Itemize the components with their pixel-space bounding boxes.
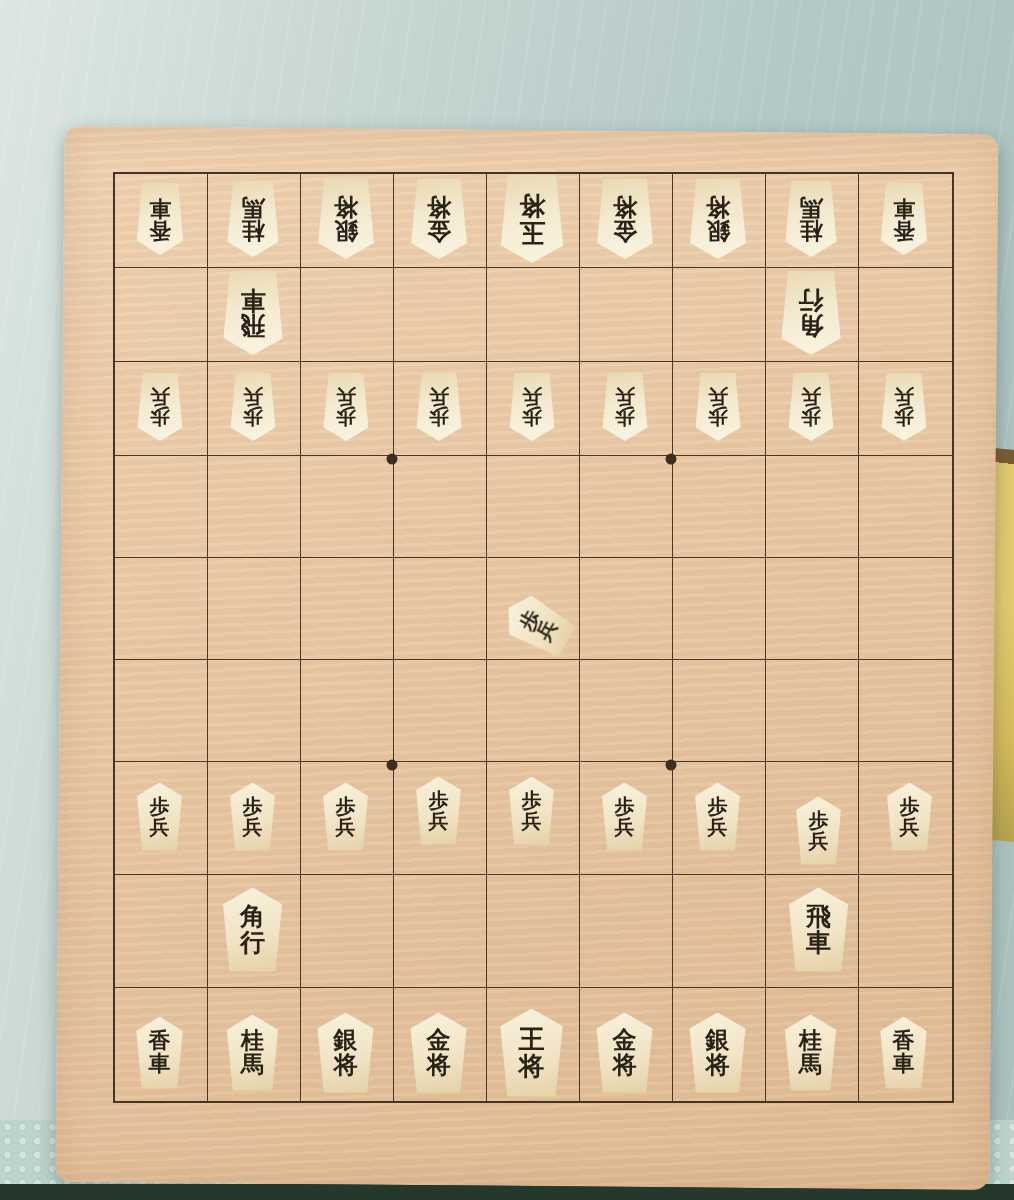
board-square[interactable] [394,875,487,988]
piece-kanji: 車 [149,197,171,219]
piece-kanji: 将 [519,1053,545,1080]
piece-kanji: 兵 [429,387,449,407]
piece-kanji: 香 [893,1030,915,1052]
board-square[interactable] [673,456,766,558]
piece-kanji: 車 [240,288,265,314]
piece-kanji: 将 [706,195,730,219]
board-square[interactable] [487,875,580,988]
piece-kanji: 車 [893,197,915,219]
board-square[interactable] [394,268,487,362]
board-square[interactable] [394,456,487,558]
piece-kanji: 桂 [799,1029,822,1052]
board-square[interactable] [115,875,208,988]
piece-kanji: 兵 [900,817,920,837]
piece-kanji: 将 [334,195,358,219]
piece-kanji: 兵 [708,387,728,407]
piece-kanji: 歩 [809,810,829,830]
board-square[interactable] [115,660,208,762]
piece-kanji: 兵 [336,387,356,407]
piece-kanji: 馬 [799,1053,822,1076]
piece-kanji: 兵 [243,387,263,407]
board-square[interactable] [673,558,766,660]
piece-kanji: 香 [893,219,915,241]
piece-kanji: 歩 [801,407,821,427]
board-square[interactable] [859,660,952,762]
piece-kanji: 歩 [894,407,914,427]
piece-kanji: 桂 [241,219,264,242]
piece-kanji: 金 [427,219,451,243]
board-square[interactable] [301,660,394,762]
piece-kanji: 兵 [429,811,449,831]
piece-kanji: 香 [149,1030,171,1052]
board-square[interactable] [580,456,673,558]
board-square[interactable] [487,456,580,558]
piece-kanji: 歩 [708,407,728,427]
board-square[interactable] [115,268,208,362]
board-square[interactable] [301,558,394,660]
piece-kanji: 金 [427,1028,451,1052]
piece-kanji: 兵 [522,811,542,831]
piece-kanji: 将 [334,1053,358,1077]
board-square[interactable] [208,456,301,558]
piece-kanji: 馬 [241,1053,264,1076]
board-square[interactable] [766,660,859,762]
piece-kanji: 歩 [243,796,263,816]
board-square[interactable] [394,660,487,762]
piece-kanji: 兵 [150,387,170,407]
piece-kanji: 歩 [522,790,542,810]
board-square[interactable] [859,268,952,362]
board-square[interactable] [673,268,766,362]
piece-kanji: 歩 [429,790,449,810]
board-square[interactable] [115,456,208,558]
board-square[interactable] [859,456,952,558]
board-square[interactable] [301,268,394,362]
board-square[interactable] [487,268,580,362]
piece-kanji: 車 [893,1053,915,1075]
piece-kanji: 兵 [801,387,821,407]
board-square[interactable] [301,456,394,558]
piece-kanji: 歩 [615,796,635,816]
board-square[interactable] [580,268,673,362]
piece-kanji: 桂 [241,1029,264,1052]
piece-kanji: 兵 [615,387,635,407]
piece-kanji: 歩 [900,796,920,816]
piece-kanji: 行 [240,930,265,956]
piece-kanji: 将 [613,1053,637,1077]
piece-kanji: 歩 [243,407,263,427]
board-square[interactable] [766,456,859,558]
piece-kanji: 兵 [336,817,356,837]
board-square[interactable] [301,875,394,988]
photo-scene: 香車桂馬銀将金将玉将金将銀将桂馬香車飛車角行歩兵歩兵歩兵歩兵歩兵歩兵歩兵歩兵歩兵… [0,0,1014,1200]
piece-kanji: 将 [613,195,637,219]
piece-kanji: 兵 [150,817,170,837]
piece-kanji: 歩 [429,407,449,427]
piece-kanji: 金 [613,1028,637,1052]
board-square[interactable] [859,558,952,660]
piece-kanji: 歩 [150,796,170,816]
piece-kanji: 車 [806,930,831,956]
star-point [666,454,677,465]
star-point [387,760,398,771]
board-square[interactable] [208,558,301,660]
board-square[interactable] [859,875,952,988]
piece-kanji: 王 [519,1026,545,1053]
board-square[interactable] [394,558,487,660]
board-square[interactable] [115,558,208,660]
piece-kanji: 金 [613,219,637,243]
board-square[interactable] [580,875,673,988]
piece-kanji: 兵 [243,817,263,837]
piece-kanji: 角 [798,313,823,339]
piece-kanji: 行 [798,288,823,314]
piece-kanji: 将 [427,195,451,219]
board-square[interactable] [673,660,766,762]
piece-kanji: 香 [149,219,171,241]
piece-kanji: 銀 [706,1028,730,1052]
piece-kanji: 歩 [336,407,356,427]
piece-kanji: 銀 [706,219,730,243]
piece-kanji: 将 [427,1053,451,1077]
board-square[interactable] [487,660,580,762]
board-square[interactable] [208,660,301,762]
piece-kanji: 歩 [336,796,356,816]
piece-kanji: 飛 [240,313,265,339]
piece-kanji: 車 [149,1053,171,1075]
star-point [387,454,398,465]
piece-kanji: 玉 [519,219,545,246]
piece-kanji: 銀 [334,1028,358,1052]
piece-kanji: 将 [519,192,545,219]
piece-kanji: 歩 [522,407,542,427]
piece-kanji: 馬 [241,196,264,219]
piece-kanji: 歩 [615,407,635,427]
piece-kanji: 兵 [708,817,728,837]
piece-kanji: 角 [240,904,265,930]
piece-kanji: 歩 [708,796,728,816]
piece-kanji: 兵 [522,387,542,407]
piece-kanji: 桂 [799,219,822,242]
board-square[interactable] [580,558,673,660]
board-square[interactable] [673,875,766,988]
piece-kanji: 兵 [809,831,829,851]
piece-kanji: 兵 [894,387,914,407]
piece-kanji: 兵 [615,817,635,837]
piece-kanji: 銀 [334,219,358,243]
board-square[interactable] [580,660,673,762]
piece-kanji: 馬 [799,196,822,219]
piece-kanji: 飛 [806,904,831,930]
piece-kanji: 将 [706,1053,730,1077]
star-point [666,760,677,771]
piece-kanji: 歩 [150,407,170,427]
board-square[interactable] [766,558,859,660]
